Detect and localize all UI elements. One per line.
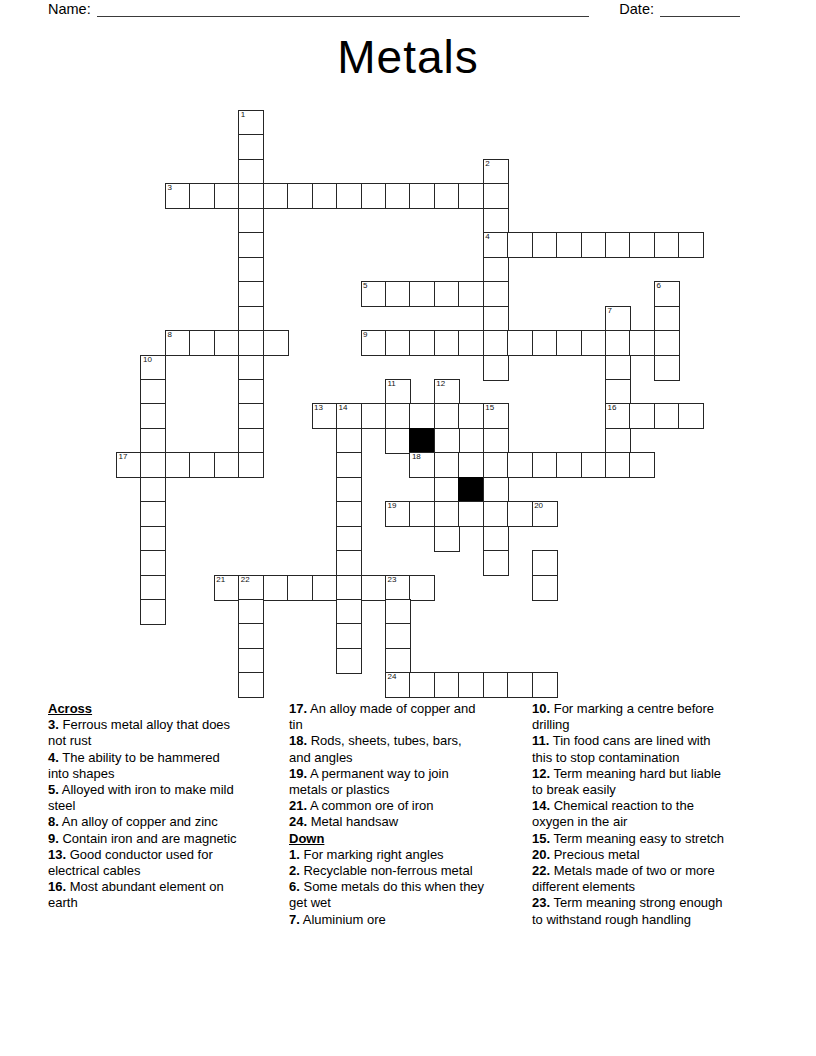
clue-label: 2. <box>289 863 300 878</box>
header-row: Name: Date: <box>48 1 740 17</box>
clue-across-24: 24. Metal handsaw <box>289 814 485 830</box>
clue-across-19: 19. A permanent way to join metals or pl… <box>289 766 485 798</box>
grid-cell[interactable] <box>507 452 533 478</box>
grid-cell[interactable] <box>189 452 215 478</box>
clue-label: 4. <box>48 750 59 765</box>
grid-cell[interactable]: 2 <box>483 159 509 185</box>
crossword-grid: 123456789101112131415161718192021222324 <box>116 110 706 700</box>
grid-cell[interactable] <box>483 208 509 234</box>
grid-cell[interactable] <box>336 550 362 576</box>
grid-cell[interactable] <box>263 330 289 356</box>
grid-cell[interactable] <box>629 403 655 429</box>
grid-cell[interactable] <box>434 330 460 356</box>
grid-cell[interactable] <box>238 403 264 429</box>
grid-cell[interactable] <box>434 526 460 552</box>
clue-across-3: 3. Ferrous metal alloy that does not rus… <box>48 717 244 749</box>
grid-cell[interactable] <box>654 403 680 429</box>
grid-cell[interactable] <box>629 232 655 258</box>
clue-across-18: 18. Rods, sheets, tubes, bars, and angle… <box>289 733 485 765</box>
grid-cell[interactable] <box>140 452 166 478</box>
clue-number: 13 <box>314 404 323 413</box>
grid-cell[interactable] <box>238 428 264 454</box>
grid-cell[interactable]: 4 <box>483 232 509 258</box>
grid-cell[interactable] <box>605 355 631 381</box>
grid-cell[interactable] <box>238 134 264 160</box>
grid-cell[interactable]: 15 <box>483 403 509 429</box>
clue-down-23: 23. Term meaning strong enough to withst… <box>532 895 728 927</box>
grid-cell[interactable] <box>483 257 509 283</box>
grid-cell[interactable] <box>385 599 411 625</box>
grid-cell[interactable] <box>629 452 655 478</box>
grid-cell[interactable] <box>238 452 264 478</box>
grid-cell[interactable] <box>238 183 264 209</box>
grid-cell[interactable] <box>238 208 264 234</box>
clue-down-12: 12. Term meaning hard but liable to brea… <box>532 766 728 798</box>
grid-cell[interactable] <box>238 281 264 307</box>
grid-cell[interactable] <box>238 648 264 674</box>
grid-cell[interactable] <box>409 330 435 356</box>
date-label: Date: <box>619 1 660 17</box>
grid-cell[interactable] <box>336 183 362 209</box>
clue-label: 13. <box>48 847 66 862</box>
grid-cell[interactable] <box>434 501 460 527</box>
grid-cell[interactable] <box>605 330 631 356</box>
clue-label: 1. <box>289 847 300 862</box>
clue-label: 19. <box>289 766 307 781</box>
grid-cell[interactable]: 23 <box>385 575 411 601</box>
grid-cell[interactable] <box>654 330 680 356</box>
grid-cell[interactable] <box>140 550 166 576</box>
clue-number: 6 <box>656 282 660 291</box>
grid-cell[interactable] <box>312 575 338 601</box>
grid-cell[interactable] <box>214 330 240 356</box>
grid-cell[interactable] <box>434 403 460 429</box>
across-heading: Across <box>48 701 244 717</box>
grid-cell[interactable]: 9 <box>361 330 387 356</box>
grid-cell[interactable] <box>409 575 435 601</box>
grid-cell[interactable] <box>140 403 166 429</box>
grid-cell[interactable] <box>434 477 460 503</box>
grid-cell[interactable] <box>238 330 264 356</box>
clue-label: 9. <box>48 831 59 846</box>
grid-cell[interactable]: 5 <box>361 281 387 307</box>
grid-cell[interactable]: 20 <box>532 501 558 527</box>
grid-cell[interactable] <box>238 672 264 698</box>
grid-cell[interactable] <box>140 575 166 601</box>
grid-cell[interactable] <box>409 183 435 209</box>
grid-cell[interactable]: 21 <box>214 575 240 601</box>
grid-cell[interactable] <box>532 575 558 601</box>
grid-cell[interactable] <box>361 575 387 601</box>
grid-cell[interactable] <box>483 281 509 307</box>
clue-label: 15. <box>532 831 550 846</box>
grid-cell[interactable]: 22 <box>238 575 264 601</box>
grid-cell[interactable] <box>336 599 362 625</box>
clue-number: 5 <box>363 282 367 291</box>
grid-cell[interactable] <box>238 599 264 625</box>
clue-number: 24 <box>387 673 396 682</box>
grid-cell[interactable] <box>140 526 166 552</box>
grid-cell[interactable] <box>483 526 509 552</box>
grid-cell[interactable] <box>263 183 289 209</box>
clue-number: 11 <box>387 380 395 389</box>
clue-number: 4 <box>485 233 489 242</box>
worksheet-page: Name: Date: Metals 123456789101112131415… <box>0 0 816 1056</box>
grid-cell[interactable] <box>434 428 460 454</box>
grid-cell[interactable] <box>238 623 264 649</box>
grid-cell[interactable] <box>483 550 509 576</box>
grid-cell[interactable]: 14 <box>336 403 362 429</box>
grid-cell[interactable] <box>409 672 435 698</box>
grid-cell[interactable] <box>654 232 680 258</box>
clue-label: 24. <box>289 814 307 829</box>
grid-cell[interactable]: 6 <box>654 281 680 307</box>
clue-number: 1 <box>241 111 245 120</box>
grid-cell[interactable]: 8 <box>165 330 191 356</box>
clue-label: 16. <box>48 879 66 894</box>
black-cell <box>409 428 435 454</box>
grid-cell[interactable] <box>654 306 680 332</box>
grid-cell[interactable] <box>605 452 631 478</box>
grid-cell[interactable] <box>581 330 607 356</box>
grid-cell[interactable]: 12 <box>434 379 460 405</box>
clue-down-1: 1. For marking right angles <box>289 847 485 863</box>
clue-across-13: 13. Good conductor used for electrical c… <box>48 847 244 879</box>
clue-number: 16 <box>608 404 617 413</box>
grid-cell[interactable] <box>263 575 289 601</box>
grid-cell[interactable] <box>483 306 509 332</box>
grid-cell[interactable] <box>312 183 338 209</box>
grid-cell[interactable] <box>483 672 509 698</box>
grid-cell[interactable] <box>605 428 631 454</box>
grid-cell[interactable] <box>532 550 558 576</box>
clue-label: 8. <box>48 814 59 829</box>
clue-label: 6. <box>289 879 300 894</box>
grid-cell[interactable]: 10 <box>140 355 166 381</box>
date-line[interactable] <box>660 2 740 17</box>
grid-cell[interactable] <box>532 452 558 478</box>
grid-cell[interactable] <box>214 183 240 209</box>
grid-cell[interactable] <box>336 526 362 552</box>
grid-cell[interactable] <box>165 452 191 478</box>
clue-across-21: 21. A common ore of iron <box>289 798 485 814</box>
clue-number: 7 <box>608 307 612 316</box>
grid-cell[interactable]: 11 <box>385 379 411 405</box>
grid-cell[interactable] <box>458 183 484 209</box>
grid-cell[interactable] <box>189 183 215 209</box>
grid-cell[interactable] <box>409 403 435 429</box>
grid-cell[interactable] <box>434 183 460 209</box>
grid-cell[interactable] <box>140 599 166 625</box>
clue-down-15: 15. Term meaning easy to stretch <box>532 831 728 847</box>
grid-cell[interactable] <box>507 232 533 258</box>
grid-cell[interactable] <box>654 355 680 381</box>
clue-number: 3 <box>167 184 171 193</box>
grid-cell[interactable] <box>385 648 411 674</box>
grid-cell[interactable]: 1 <box>238 110 264 136</box>
clue-number: 2 <box>485 160 489 169</box>
grid-cell[interactable] <box>336 452 362 478</box>
clue-number: 23 <box>387 576 396 585</box>
grid-cell[interactable] <box>458 281 484 307</box>
clue-across-4: 4. The ability to be hammered into shape… <box>48 750 244 782</box>
grid-cell[interactable] <box>336 648 362 674</box>
grid-cell[interactable] <box>336 575 362 601</box>
clue-column-1: Across3. Ferrous metal alloy that does n… <box>48 701 244 912</box>
grid-cell[interactable] <box>507 672 533 698</box>
grid-cell[interactable] <box>458 672 484 698</box>
clue-down-20: 20. Precious metal <box>532 847 728 863</box>
clue-number: 19 <box>387 502 396 511</box>
grid-cell[interactable]: 3 <box>165 183 191 209</box>
clue-number: 22 <box>241 576 250 585</box>
grid-cell[interactable] <box>238 232 264 258</box>
grid-cell[interactable] <box>678 232 704 258</box>
grid-cell[interactable] <box>361 403 387 429</box>
grid-cell[interactable] <box>483 477 509 503</box>
grid-cell[interactable] <box>336 477 362 503</box>
clue-across-8: 8. An alloy of copper and zinc <box>48 814 244 830</box>
clue-label: 5. <box>48 782 59 797</box>
grid-cell[interactable] <box>556 232 582 258</box>
clue-across-9: 9. Contain iron and are magnetic <box>48 831 244 847</box>
grid-cell[interactable] <box>238 379 264 405</box>
grid-cell[interactable] <box>483 501 509 527</box>
grid-cell[interactable] <box>336 623 362 649</box>
clue-label: 11. <box>532 733 549 748</box>
grid-cell[interactable] <box>409 501 435 527</box>
grid-cell[interactable] <box>336 501 362 527</box>
grid-cell[interactable] <box>581 452 607 478</box>
clue-number: 12 <box>436 380 445 389</box>
clue-label: 22. <box>532 863 550 878</box>
clue-label: 18. <box>289 733 307 748</box>
grid-cell[interactable] <box>605 232 631 258</box>
grid-cell[interactable] <box>287 183 313 209</box>
clue-number: 9 <box>363 331 367 340</box>
clue-number: 8 <box>167 331 171 340</box>
grid-cell[interactable] <box>434 452 460 478</box>
clue-down-6: 6. Some metals do this when they get wet <box>289 879 485 911</box>
grid-cell[interactable] <box>483 330 509 356</box>
grid-cell[interactable] <box>385 403 411 429</box>
clue-label: 21. <box>289 798 307 813</box>
clue-number: 14 <box>339 404 348 413</box>
grid-cell[interactable]: 7 <box>605 306 631 332</box>
grid-cell[interactable] <box>434 672 460 698</box>
grid-cell[interactable] <box>238 355 264 381</box>
grid-cell[interactable] <box>214 452 240 478</box>
grid-cell[interactable] <box>678 403 704 429</box>
grid-cell[interactable] <box>605 379 631 405</box>
clue-down-10: 10. For marking a centre before drilling <box>532 701 728 733</box>
clue-label: 20. <box>532 847 550 862</box>
clue-column-3: 10. For marking a centre before drilling… <box>532 701 728 928</box>
clue-label: 14. <box>532 798 550 813</box>
grid-cell[interactable] <box>385 428 411 454</box>
clue-label: 12. <box>532 766 550 781</box>
puzzle-title: Metals <box>0 30 816 84</box>
grid-cell[interactable] <box>483 452 509 478</box>
grid-cell[interactable] <box>140 477 166 503</box>
clue-across-17: 17. An alloy made of copper and tin <box>289 701 485 733</box>
clue-column-2: 17. An alloy made of copper and tin18. R… <box>289 701 485 928</box>
grid-cell[interactable] <box>483 183 509 209</box>
grid-cell[interactable] <box>483 428 509 454</box>
clue-number: 18 <box>412 453 421 462</box>
grid-cell[interactable] <box>458 452 484 478</box>
grid-cell[interactable] <box>140 379 166 405</box>
grid-cell[interactable]: 18 <box>409 452 435 478</box>
grid-cell[interactable] <box>140 428 166 454</box>
grid-cell[interactable]: 17 <box>116 452 142 478</box>
grid-cell[interactable] <box>458 403 484 429</box>
grid-cell[interactable] <box>458 330 484 356</box>
name-label: Name: <box>48 1 97 17</box>
grid-cell[interactable] <box>140 501 166 527</box>
grid-cell[interactable] <box>287 575 313 601</box>
clue-number: 17 <box>119 453 128 462</box>
grid-cell[interactable] <box>532 330 558 356</box>
grid-cell[interactable] <box>189 330 215 356</box>
grid-cell[interactable] <box>581 232 607 258</box>
clue-across-5: 5. Alloyed with iron to make mild steel <box>48 782 244 814</box>
grid-cell[interactable] <box>483 355 509 381</box>
grid-cell[interactable] <box>532 232 558 258</box>
grid-cell[interactable] <box>385 281 411 307</box>
grid-cell[interactable] <box>507 330 533 356</box>
clue-label: 17. <box>289 701 307 716</box>
grid-cell[interactable] <box>361 183 387 209</box>
grid-cell[interactable] <box>336 428 362 454</box>
clue-down-22: 22. Metals made of two or more different… <box>532 863 728 895</box>
grid-cell[interactable] <box>556 330 582 356</box>
clue-label: 3. <box>48 717 59 732</box>
grid-cell[interactable]: 16 <box>605 403 631 429</box>
grid-cell[interactable]: 19 <box>385 501 411 527</box>
clue-down-2: 2. Recyclable non-ferrous metal <box>289 863 485 879</box>
grid-cell[interactable] <box>532 672 558 698</box>
grid-cell[interactable] <box>238 306 264 332</box>
clue-number: 20 <box>534 502 543 511</box>
grid-cell[interactable] <box>238 159 264 185</box>
clue-label: 7. <box>289 912 300 927</box>
black-cell <box>458 477 484 503</box>
grid-cell[interactable] <box>385 623 411 649</box>
grid-cell[interactable] <box>385 183 411 209</box>
clue-down-7: 7. Aluminium ore <box>289 912 485 928</box>
grid-cell[interactable] <box>434 281 460 307</box>
clue-number: 10 <box>143 356 152 365</box>
clue-down-14: 14. Chemical reaction to the oxygen in t… <box>532 798 728 830</box>
grid-cell[interactable]: 24 <box>385 672 411 698</box>
clue-number: 21 <box>216 576 225 585</box>
grid-cell[interactable] <box>629 330 655 356</box>
grid-cell[interactable] <box>507 501 533 527</box>
grid-cell[interactable] <box>385 330 411 356</box>
grid-cell[interactable] <box>238 257 264 283</box>
clue-label: 23. <box>532 895 550 910</box>
grid-cell[interactable] <box>556 452 582 478</box>
clue-label: 10. <box>532 701 550 716</box>
name-line[interactable] <box>97 2 590 17</box>
down-heading: Down <box>289 831 485 847</box>
clue-across-16: 16. Most abundant element on earth <box>48 879 244 911</box>
grid-cell[interactable] <box>458 501 484 527</box>
grid-cell[interactable] <box>409 281 435 307</box>
grid-cell[interactable]: 13 <box>312 403 338 429</box>
clue-number: 15 <box>485 404 494 413</box>
clue-down-11: 11. Tin food cans are lined with this to… <box>532 733 728 765</box>
